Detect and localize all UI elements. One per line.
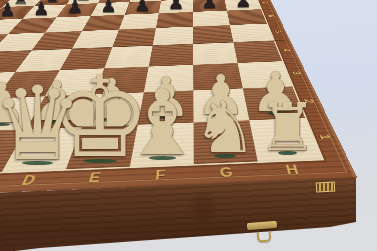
felt-base [103, 118, 119, 121]
piece-white-bishop-c1: ♝ [0, 86, 20, 177]
felt-base [22, 161, 53, 165]
piece-black-king-e8: ♚ [130, 0, 161, 3]
felt-base [214, 154, 236, 158]
pieces-layer: ♜♞♝♚♛♝♞♜♟♟♟♟♟♟♟♟♟♟♟♟♟♟♟♟♜♞♝♚♛♝♞♜ [0, 0, 377, 251]
piece-black-bishop-f8: ♝ [165, 0, 190, 1]
piece-black-pawn-c7: ♟ [66, 0, 85, 17]
piece-black-pawn-d7: ♟ [99, 0, 118, 15]
piece-black-knight-b8: ♞ [42, 0, 62, 6]
felt-base [158, 116, 174, 119]
felt-base [83, 159, 117, 163]
felt-base [49, 120, 65, 123]
felt-base [213, 114, 229, 117]
piece-black-pawn-f7: ♟ [167, 0, 186, 13]
piece-black-queen-d8: ♛ [101, 0, 129, 4]
piece-black-pawn-e7: ♟ [133, 0, 152, 14]
felt-base [0, 123, 10, 126]
piece-black-rook-a8: ♜ [12, 0, 30, 7]
piece-black-pawn-g7: ♟ [200, 0, 219, 11]
felt-base [267, 112, 283, 115]
piece-black-pawn-b7: ♟ [32, 0, 51, 18]
piece-white-king-e1: ♚ [44, 61, 157, 174]
piece-black-pawn-h7: ♟ [234, 0, 253, 10]
piece-black-pawn-a7: ♟ [0, 1, 17, 20]
felt-base [278, 151, 298, 155]
chess-set-photo: ABCDEFGH12345678 ♜♞♝♚♛♝♞♜♟♟♟♟♟♟♟♟♟♟♟♟♟♟♟… [0, 0, 377, 251]
piece-black-bishop-c8: ♝ [71, 0, 96, 5]
piece-white-queen-d1: ♛ [0, 73, 88, 175]
felt-base [149, 156, 176, 160]
